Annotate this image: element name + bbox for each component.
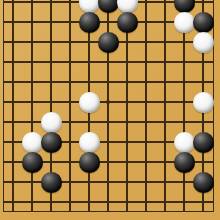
- grid-vertical-line: [164, 0, 166, 211]
- stone-white[interactable]: [41, 112, 62, 133]
- stone-white[interactable]: [79, 92, 100, 113]
- grid-horizontal-line: [3, 201, 214, 203]
- grid-horizontal-line: [3, 181, 214, 183]
- grid-vertical-line: [31, 0, 33, 211]
- stone-white[interactable]: [193, 32, 214, 53]
- stone-black[interactable]: [41, 172, 62, 193]
- grid-vertical-line: [69, 0, 71, 211]
- stone-black[interactable]: [41, 132, 62, 153]
- stone-black[interactable]: [174, 152, 195, 173]
- screenshot-root: [0, 0, 220, 220]
- stone-white[interactable]: [174, 12, 195, 33]
- stone-white[interactable]: [22, 132, 43, 153]
- go-board[interactable]: [0, 0, 220, 220]
- stone-black[interactable]: [22, 152, 43, 173]
- grid-horizontal-line: [3, 121, 214, 123]
- stone-black[interactable]: [193, 132, 214, 153]
- grid-vertical-line: [145, 0, 147, 211]
- stone-white[interactable]: [174, 132, 195, 153]
- stone-black[interactable]: [79, 12, 100, 33]
- hoshi-point: [106, 100, 110, 104]
- stone-black[interactable]: [79, 152, 100, 173]
- stone-black[interactable]: [193, 12, 214, 33]
- stone-white[interactable]: [193, 92, 214, 113]
- stone-black[interactable]: [98, 32, 119, 53]
- stone-black[interactable]: [193, 172, 214, 193]
- stone-black[interactable]: [117, 12, 138, 33]
- stone-white[interactable]: [79, 132, 100, 153]
- grid-vertical-line: [12, 0, 14, 211]
